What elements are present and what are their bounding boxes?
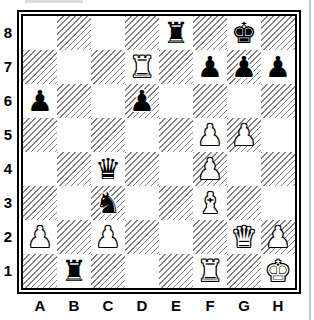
square-g1: [227, 254, 261, 288]
square-a1: [23, 254, 57, 288]
rank-label-8: 8: [0, 16, 16, 50]
white-rook-d7: ♜: [129, 53, 155, 82]
white-pawn-a2: ♟: [27, 223, 53, 252]
square-g3: [227, 186, 261, 220]
black-pawn-a6: ♟: [27, 87, 53, 116]
square-e2: [159, 220, 193, 254]
black-pawn-h7: ♟: [265, 53, 291, 82]
square-e8: ♜: [159, 16, 193, 50]
scan-artifact: [25, 0, 83, 3]
square-e5: [159, 118, 193, 152]
square-d5: [125, 118, 159, 152]
rank-label-3: 3: [0, 186, 16, 220]
board-frame: ♜♚♜♟♟♟♟♟♟♟♛♟♞♝♟♟♛♟♜♜♚: [17, 10, 301, 294]
square-a5: [23, 118, 57, 152]
square-c1: [91, 254, 125, 288]
black-king-g8: ♚: [231, 19, 257, 48]
square-f7: ♟: [193, 50, 227, 84]
square-f8: [193, 16, 227, 50]
black-rook-b1: ♜: [61, 257, 87, 286]
square-g8: ♚: [227, 16, 261, 50]
square-g7: ♟: [227, 50, 261, 84]
square-b8: [57, 16, 91, 50]
square-c3: ♞: [91, 186, 125, 220]
square-c4: ♛: [91, 152, 125, 186]
square-c2: ♟: [91, 220, 125, 254]
square-f2: [193, 220, 227, 254]
square-a4: [23, 152, 57, 186]
square-f6: [193, 84, 227, 118]
square-f5: ♟: [193, 118, 227, 152]
square-e3: [159, 186, 193, 220]
square-d3: [125, 186, 159, 220]
square-c7: [91, 50, 125, 84]
square-g4: [227, 152, 261, 186]
black-knight-c3: ♞: [95, 189, 121, 218]
file-label-e: E: [159, 297, 193, 314]
white-pawn-g5: ♟: [231, 121, 257, 150]
square-e1: [159, 254, 193, 288]
square-c5: [91, 118, 125, 152]
chess-diagram-page: 87654321 ♜♚♜♟♟♟♟♟♟♟♛♟♞♝♟♟♛♟♜♜♚ ABCDEFGH: [0, 0, 314, 320]
square-b4: [57, 152, 91, 186]
white-pawn-f4: ♟: [197, 155, 223, 184]
square-b5: [57, 118, 91, 152]
file-label-f: F: [193, 297, 227, 314]
rank-label-6: 6: [0, 84, 16, 118]
file-labels: ABCDEFGH: [23, 297, 295, 314]
square-d4: [125, 152, 159, 186]
file-label-g: G: [227, 297, 261, 314]
white-pawn-h2: ♟: [265, 223, 291, 252]
square-g2: ♛: [227, 220, 261, 254]
black-queen-c4: ♛: [95, 155, 121, 184]
square-b2: [57, 220, 91, 254]
square-h8: [261, 16, 295, 50]
square-g6: [227, 84, 261, 118]
square-d2: [125, 220, 159, 254]
file-label-d: D: [125, 297, 159, 314]
file-label-b: B: [57, 297, 91, 314]
square-b1: ♜: [57, 254, 91, 288]
black-pawn-g7: ♟: [231, 53, 257, 82]
file-label-a: A: [23, 297, 57, 314]
rank-label-5: 5: [0, 118, 16, 152]
board-inner-border: ♜♚♜♟♟♟♟♟♟♟♛♟♞♝♟♟♛♟♜♜♚: [21, 14, 297, 290]
square-a2: ♟: [23, 220, 57, 254]
square-a3: [23, 186, 57, 220]
black-pawn-f7: ♟: [197, 53, 223, 82]
white-pawn-f5: ♟: [197, 121, 223, 150]
square-d6: ♟: [125, 84, 159, 118]
file-label-h: H: [261, 297, 295, 314]
square-f3: ♝: [193, 186, 227, 220]
square-d8: [125, 16, 159, 50]
square-f4: ♟: [193, 152, 227, 186]
square-c6: [91, 84, 125, 118]
white-queen-g2: ♛: [231, 223, 257, 252]
white-king-h1: ♚: [265, 257, 291, 286]
square-b3: [57, 186, 91, 220]
white-rook-f1: ♜: [197, 257, 223, 286]
black-pawn-d6: ♟: [129, 87, 155, 116]
square-a6: ♟: [23, 84, 57, 118]
rank-label-2: 2: [0, 220, 16, 254]
square-h1: ♚: [261, 254, 295, 288]
square-h6: [261, 84, 295, 118]
square-b7: [57, 50, 91, 84]
square-b6: [57, 84, 91, 118]
square-c8: [91, 16, 125, 50]
rank-labels: 87654321: [0, 16, 16, 288]
file-label-c: C: [91, 297, 125, 314]
square-e6: [159, 84, 193, 118]
square-a7: [23, 50, 57, 84]
rank-label-7: 7: [0, 50, 16, 84]
square-f1: ♜: [193, 254, 227, 288]
square-h5: [261, 118, 295, 152]
square-h4: [261, 152, 295, 186]
square-e4: [159, 152, 193, 186]
rank-label-4: 4: [0, 152, 16, 186]
black-rook-e8: ♜: [163, 19, 189, 48]
square-h2: ♟: [261, 220, 295, 254]
blue-edge-line: [309, 0, 311, 320]
white-bishop-f3: ♝: [197, 189, 223, 218]
square-d1: [125, 254, 159, 288]
square-g5: ♟: [227, 118, 261, 152]
rank-label-1: 1: [0, 254, 16, 288]
square-h7: ♟: [261, 50, 295, 84]
chess-board: ♜♚♜♟♟♟♟♟♟♟♛♟♞♝♟♟♛♟♜♜♚: [23, 16, 295, 288]
square-e7: [159, 50, 193, 84]
square-h3: [261, 186, 295, 220]
square-d7: ♜: [125, 50, 159, 84]
white-pawn-c2: ♟: [95, 223, 121, 252]
square-a8: [23, 16, 57, 50]
